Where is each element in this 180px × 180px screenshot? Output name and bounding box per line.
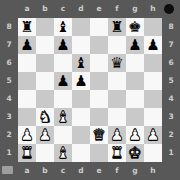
- square-c3[interactable]: ♝: [54, 108, 72, 126]
- file-label-f: f: [108, 0, 126, 18]
- square-e5[interactable]: [90, 72, 108, 90]
- black-pawn[interactable]: ♟: [128, 36, 141, 54]
- rank-label-4: 4: [162, 90, 180, 108]
- white-pawn[interactable]: ♟: [38, 126, 51, 144]
- square-h8[interactable]: [144, 18, 162, 36]
- square-b2[interactable]: ♟: [36, 126, 54, 144]
- square-d3[interactable]: [72, 108, 90, 126]
- square-c8[interactable]: ♝: [54, 18, 72, 36]
- white-knight[interactable]: ♞: [38, 108, 51, 126]
- black-king[interactable]: ♚: [128, 18, 141, 36]
- square-c5[interactable]: ♟: [54, 72, 72, 90]
- black-pawn[interactable]: ♟: [74, 72, 87, 90]
- square-a8[interactable]: ♜: [18, 18, 36, 36]
- square-f5[interactable]: [108, 72, 126, 90]
- square-c1[interactable]: ♝: [54, 144, 72, 162]
- file-label-b: b: [36, 162, 54, 180]
- square-c2[interactable]: [54, 126, 72, 144]
- square-a4[interactable]: [18, 90, 36, 108]
- white-bishop[interactable]: ♝: [56, 108, 69, 126]
- rank-label-7: 7: [162, 36, 180, 54]
- rank-label-5: 5: [162, 72, 180, 90]
- file-label-g: g: [126, 0, 144, 18]
- square-a3[interactable]: [18, 108, 36, 126]
- rank-label-8: 8: [0, 18, 18, 36]
- square-h5[interactable]: [144, 72, 162, 90]
- rank-labels-left: 87654321: [0, 18, 18, 162]
- square-h3[interactable]: [144, 108, 162, 126]
- square-e1[interactable]: [90, 144, 108, 162]
- black-pawn[interactable]: ♟: [56, 72, 69, 90]
- rank-label-4: 4: [0, 90, 18, 108]
- square-c4[interactable]: [54, 90, 72, 108]
- square-b6[interactable]: [36, 54, 54, 72]
- square-e6[interactable]: [90, 54, 108, 72]
- square-f8[interactable]: ♜: [108, 18, 126, 36]
- white-rook[interactable]: ♜: [20, 144, 33, 162]
- rank-label-7: 7: [0, 36, 18, 54]
- file-label-a: a: [18, 0, 36, 18]
- square-c6[interactable]: [54, 54, 72, 72]
- square-f3[interactable]: [108, 108, 126, 126]
- square-f2[interactable]: ♟: [108, 126, 126, 144]
- square-d1[interactable]: [72, 144, 90, 162]
- file-label-c: c: [54, 162, 72, 180]
- square-a1[interactable]: ♜: [18, 144, 36, 162]
- file-label-h: h: [144, 162, 162, 180]
- square-f7[interactable]: [108, 36, 126, 54]
- square-b8[interactable]: [36, 18, 54, 36]
- file-label-d: d: [72, 162, 90, 180]
- black-pawn[interactable]: ♟: [146, 36, 159, 54]
- square-h2[interactable]: ♟: [144, 126, 162, 144]
- black-to-move-indicator: [164, 4, 174, 14]
- file-label-d: d: [72, 0, 90, 18]
- black-pawn[interactable]: ♟: [20, 36, 33, 54]
- file-label-e: e: [90, 0, 108, 18]
- square-d7[interactable]: [72, 36, 90, 54]
- square-e2[interactable]: ♛: [90, 126, 108, 144]
- square-f1[interactable]: ♜: [108, 144, 126, 162]
- white-pawn[interactable]: ♟: [20, 126, 33, 144]
- black-bishop[interactable]: ♝: [56, 18, 69, 36]
- square-b1[interactable]: [36, 144, 54, 162]
- black-rook[interactable]: ♜: [110, 18, 123, 36]
- square-b4[interactable]: [36, 90, 54, 108]
- square-a5[interactable]: [18, 72, 36, 90]
- square-d2[interactable]: [72, 126, 90, 144]
- square-c7[interactable]: ♟: [54, 36, 72, 54]
- square-a7[interactable]: ♟: [18, 36, 36, 54]
- square-d5[interactable]: ♟: [72, 72, 90, 90]
- square-e8[interactable]: [90, 18, 108, 36]
- square-e4[interactable]: [90, 90, 108, 108]
- square-b3[interactable]: ♞: [36, 108, 54, 126]
- square-e7[interactable]: [90, 36, 108, 54]
- rank-label-2: 2: [0, 126, 18, 144]
- rank-label-1: 1: [0, 144, 18, 162]
- square-g4[interactable]: [126, 90, 144, 108]
- rank-label-8: 8: [162, 18, 180, 36]
- square-d4[interactable]: [72, 90, 90, 108]
- rank-label-2: 2: [162, 126, 180, 144]
- rank-label-5: 5: [0, 72, 18, 90]
- black-rook[interactable]: ♜: [20, 18, 33, 36]
- square-b5[interactable]: [36, 72, 54, 90]
- square-g2[interactable]: ♟: [126, 126, 144, 144]
- rank-label-6: 6: [162, 54, 180, 72]
- square-g5[interactable]: [126, 72, 144, 90]
- rank-label-3: 3: [0, 108, 18, 126]
- rank-labels-right: 87654321: [162, 18, 180, 162]
- white-pawn[interactable]: ♟: [110, 126, 123, 144]
- white-queen[interactable]: ♛: [92, 126, 105, 144]
- rank-label-3: 3: [162, 108, 180, 126]
- file-label-e: e: [90, 162, 108, 180]
- rank-label-6: 6: [0, 54, 18, 72]
- file-labels-top: abcdefgh: [18, 0, 162, 18]
- file-label-c: c: [54, 0, 72, 18]
- black-pawn[interactable]: ♟: [56, 36, 69, 54]
- square-d8[interactable]: [72, 18, 90, 36]
- file-label-a: a: [18, 162, 36, 180]
- black-bishop[interactable]: ♝: [74, 54, 87, 72]
- file-label-h: h: [144, 0, 162, 18]
- square-g1[interactable]: ♚: [126, 144, 144, 162]
- white-pawn[interactable]: ♟: [128, 126, 141, 144]
- watermark-logo: [2, 166, 13, 174]
- square-h7[interactable]: ♟: [144, 36, 162, 54]
- white-rook[interactable]: ♜: [110, 144, 123, 162]
- square-g8[interactable]: ♚: [126, 18, 144, 36]
- file-label-g: g: [126, 162, 144, 180]
- square-a2[interactable]: ♟: [18, 126, 36, 144]
- black-queen[interactable]: ♛: [110, 54, 123, 72]
- white-pawn[interactable]: ♟: [146, 126, 159, 144]
- square-h6[interactable]: [144, 54, 162, 72]
- file-label-b: b: [36, 0, 54, 18]
- chess-board: ♜♝♜♚♟♟♟♟♝♛♟♟♞♝♟♟♛♟♟♟♜♝♜♚: [18, 18, 162, 162]
- square-f6[interactable]: ♛: [108, 54, 126, 72]
- square-g3[interactable]: [126, 108, 144, 126]
- white-king[interactable]: ♚: [128, 144, 141, 162]
- chess-diagram: abcdefgh 87654321 87654321 abcdefgh ♜♝♜♚…: [0, 0, 180, 180]
- white-bishop[interactable]: ♝: [56, 144, 69, 162]
- square-b7[interactable]: [36, 36, 54, 54]
- file-label-f: f: [108, 162, 126, 180]
- square-f4[interactable]: [108, 90, 126, 108]
- square-e3[interactable]: [90, 108, 108, 126]
- rank-label-1: 1: [162, 144, 180, 162]
- square-d6[interactable]: ♝: [72, 54, 90, 72]
- file-labels-bottom: abcdefgh: [18, 162, 162, 180]
- square-g6[interactable]: [126, 54, 144, 72]
- square-a6[interactable]: [18, 54, 36, 72]
- square-g7[interactable]: ♟: [126, 36, 144, 54]
- square-h4[interactable]: [144, 90, 162, 108]
- square-h1[interactable]: [144, 144, 162, 162]
